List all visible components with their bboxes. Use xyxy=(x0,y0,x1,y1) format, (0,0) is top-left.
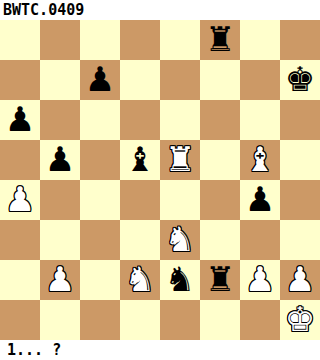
black-king-piece: ♚ xyxy=(285,59,315,99)
square-d5[interactable]: ♝ xyxy=(120,140,160,180)
square-e6[interactable] xyxy=(160,100,200,140)
puzzle-id-title: BWTC.0409 xyxy=(0,0,320,20)
square-g6[interactable] xyxy=(240,100,280,140)
square-c4[interactable] xyxy=(80,180,120,220)
square-a2[interactable] xyxy=(0,260,40,300)
white-pawn-piece: ♟ xyxy=(245,259,275,299)
square-g2[interactable]: ♟ xyxy=(240,260,280,300)
square-h6[interactable] xyxy=(280,100,320,140)
black-pawn-piece: ♟ xyxy=(85,59,115,99)
square-g4[interactable]: ♟ xyxy=(240,180,280,220)
white-knight-piece: ♞ xyxy=(165,219,195,259)
white-pawn-piece: ♟ xyxy=(285,259,315,299)
square-b4[interactable] xyxy=(40,180,80,220)
square-e2[interactable]: ♞ xyxy=(160,260,200,300)
white-knight-piece: ♞ xyxy=(125,259,155,299)
square-h8[interactable] xyxy=(280,20,320,60)
square-g7[interactable] xyxy=(240,60,280,100)
black-pawn-piece: ♟ xyxy=(45,139,75,179)
square-h7[interactable]: ♚ xyxy=(280,60,320,100)
square-d1[interactable] xyxy=(120,300,160,340)
square-d4[interactable] xyxy=(120,180,160,220)
square-g5[interactable]: ♝ xyxy=(240,140,280,180)
black-knight-piece: ♞ xyxy=(165,259,195,299)
white-bishop-piece: ♝ xyxy=(245,139,275,179)
black-bishop-piece: ♝ xyxy=(125,139,155,179)
square-c5[interactable] xyxy=(80,140,120,180)
square-f8[interactable]: ♜ xyxy=(200,20,240,60)
square-g3[interactable] xyxy=(240,220,280,260)
square-a7[interactable] xyxy=(0,60,40,100)
square-h1[interactable]: ♚ xyxy=(280,300,320,340)
square-e5[interactable]: ♜ xyxy=(160,140,200,180)
square-h2[interactable]: ♟ xyxy=(280,260,320,300)
square-b3[interactable] xyxy=(40,220,80,260)
square-a4[interactable]: ♟ xyxy=(0,180,40,220)
white-pawn-piece: ♟ xyxy=(45,259,75,299)
square-h4[interactable] xyxy=(280,180,320,220)
square-e8[interactable] xyxy=(160,20,200,60)
black-pawn-piece: ♟ xyxy=(5,99,35,139)
square-a8[interactable] xyxy=(0,20,40,60)
chess-board: ♜♟♚♟♟♝♜♝♟♟♞♟♞♞♜♟♟♚ xyxy=(0,20,320,340)
square-e4[interactable] xyxy=(160,180,200,220)
square-f6[interactable] xyxy=(200,100,240,140)
square-a3[interactable] xyxy=(0,220,40,260)
square-c2[interactable] xyxy=(80,260,120,300)
square-c1[interactable] xyxy=(80,300,120,340)
square-a1[interactable] xyxy=(0,300,40,340)
square-b2[interactable]: ♟ xyxy=(40,260,80,300)
square-e3[interactable]: ♞ xyxy=(160,220,200,260)
square-b7[interactable] xyxy=(40,60,80,100)
black-rook-piece: ♜ xyxy=(205,19,235,59)
move-prompt: 1... ? xyxy=(0,340,320,360)
square-f7[interactable] xyxy=(200,60,240,100)
square-d3[interactable] xyxy=(120,220,160,260)
white-king-piece: ♚ xyxy=(285,299,315,339)
square-e7[interactable] xyxy=(160,60,200,100)
square-g1[interactable] xyxy=(240,300,280,340)
square-a6[interactable]: ♟ xyxy=(0,100,40,140)
black-rook-piece: ♜ xyxy=(205,259,235,299)
square-h3[interactable] xyxy=(280,220,320,260)
square-d8[interactable] xyxy=(120,20,160,60)
white-rook-piece: ♜ xyxy=(165,139,195,179)
square-d2[interactable]: ♞ xyxy=(120,260,160,300)
square-c7[interactable]: ♟ xyxy=(80,60,120,100)
square-f1[interactable] xyxy=(200,300,240,340)
square-c3[interactable] xyxy=(80,220,120,260)
square-f2[interactable]: ♜ xyxy=(200,260,240,300)
square-b8[interactable] xyxy=(40,20,80,60)
square-c6[interactable] xyxy=(80,100,120,140)
square-b1[interactable] xyxy=(40,300,80,340)
square-b6[interactable] xyxy=(40,100,80,140)
square-g8[interactable] xyxy=(240,20,280,60)
square-h5[interactable] xyxy=(280,140,320,180)
black-pawn-piece: ♟ xyxy=(245,179,275,219)
white-pawn-piece: ♟ xyxy=(5,179,35,219)
square-f5[interactable] xyxy=(200,140,240,180)
square-f4[interactable] xyxy=(200,180,240,220)
chess-puzzle-page: BWTC.0409 ♜♟♚♟♟♝♜♝♟♟♞♟♞♞♜♟♟♚ 1... ? xyxy=(0,0,320,360)
square-c8[interactable] xyxy=(80,20,120,60)
square-a5[interactable] xyxy=(0,140,40,180)
square-e1[interactable] xyxy=(160,300,200,340)
square-d7[interactable] xyxy=(120,60,160,100)
square-b5[interactable]: ♟ xyxy=(40,140,80,180)
square-d6[interactable] xyxy=(120,100,160,140)
square-f3[interactable] xyxy=(200,220,240,260)
